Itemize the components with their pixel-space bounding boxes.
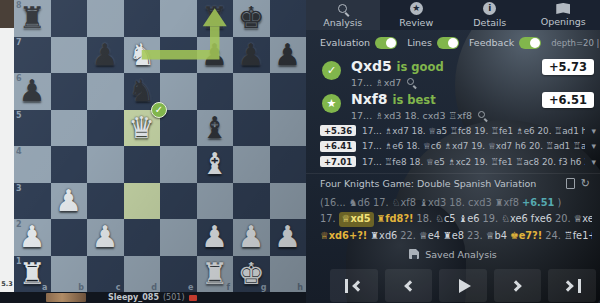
engine-lines: +5.36 17... ♗xd7 18. ♕a5 ♖fc8 19. ♖fe1 ♗… [306, 121, 600, 170]
move-token[interactable]: ♜xd6 [370, 229, 397, 244]
square-f5[interactable]: ♝ [197, 110, 234, 147]
square-e8[interactable] [160, 0, 197, 37]
copy-icon[interactable] [566, 178, 575, 189]
variation-line: (16... ♞d6 17. ♘xf8 ♝xd3 18. cxd3 ♜xf8 +… [320, 194, 592, 211]
square-e2[interactable] [160, 219, 197, 256]
tab-analysis[interactable]: Analysis [306, 0, 380, 30]
file-label: d [151, 283, 157, 292]
rank-label: 5 [16, 111, 22, 120]
square-d1[interactable]: d [124, 256, 161, 293]
tab-bar: Analysis ★ Review i Details Openings [306, 0, 600, 30]
suggestion-good-move[interactable]: ✓ Qxd5 is good 17... ♗xd7 +5.73 [306, 55, 600, 88]
save-icon [409, 249, 419, 259]
flip-board-icon[interactable]: ↻ [581, 178, 590, 189]
square-f3[interactable] [197, 183, 234, 220]
tab-openings[interactable]: Openings [527, 0, 600, 30]
save-label: Saved Analysis [425, 249, 497, 260]
magnifier-icon [337, 3, 349, 15]
square-b4[interactable] [51, 146, 88, 183]
magnifier-icon[interactable] [478, 111, 487, 120]
square-f6[interactable] [197, 73, 234, 110]
tab-label: Review [399, 17, 433, 28]
toggle-evaluation[interactable]: Evaluation [320, 37, 397, 49]
move-token[interactable]: 22. [400, 229, 416, 244]
suggestion-best-move[interactable]: ★ Nxf8 is best 17... ♗xd3 18. cxd3 ♖xf8 … [306, 88, 600, 121]
play-button[interactable] [439, 269, 487, 302]
piece-wp-g2: ♟ [233, 219, 270, 256]
tab-label: Analysis [323, 17, 362, 28]
file-label: b [78, 283, 84, 292]
square-g6[interactable] [233, 73, 270, 110]
good-move-badge-icon: ✓ [151, 102, 167, 118]
move-token[interactable]: ♕xd6+?! [320, 229, 367, 244]
suggestion-move: Nxf8 [351, 91, 388, 107]
move-token[interactable]: (16... ♞d6 17. ♘xf8 ♝xd3 18. cxd3 ♜xf8 [320, 196, 519, 211]
engine-line[interactable]: +7.01 17... ♖fe8 18. ♕e5 ♗xc2 19. ♖fe1 ♖… [306, 154, 600, 170]
player-bar: Sleepy_085 (501) [0, 292, 306, 303]
square-e6[interactable] [160, 73, 197, 110]
board: ♜8♜♚7♟♞♟♟♟♟6♞5♛♝4♝3♟♟2♟♟♟♟♜1abcde♜f♚gh ✓ [14, 0, 306, 292]
tab-review[interactable]: ★ Review [380, 0, 454, 30]
square-g8[interactable]: ♚ [233, 0, 270, 37]
line-eval-badge: +6.41 [320, 141, 356, 152]
piece-wp-f2: ♟ [197, 219, 234, 256]
rank-label: 6 [16, 74, 22, 83]
engine-info: depth=20 | Stockfish 15.1 [551, 38, 600, 48]
player-name: Sleepy_085 [108, 293, 159, 302]
file-label: e [188, 283, 193, 292]
square-g4[interactable] [233, 146, 270, 183]
move-token[interactable]: ♕xd5 [339, 212, 374, 227]
move-navigation [306, 263, 600, 302]
magnifier-icon[interactable] [407, 78, 416, 87]
square-b1[interactable]: b [51, 256, 88, 293]
square-g7[interactable]: ♟ [233, 37, 270, 74]
move-token[interactable]: ♜fd8?! [377, 212, 414, 227]
piece-bp-h7: ♟ [270, 37, 307, 74]
square-d2[interactable] [124, 219, 161, 256]
square-h6[interactable] [270, 73, 307, 110]
info-icon: i [483, 2, 496, 15]
engine-line[interactable]: +6.41 17... ♗e6 18. ♕c6 ♗xd7 19. ♕xd7 h6… [306, 139, 600, 155]
square-h2[interactable]: ♟ [270, 219, 307, 256]
square-g5[interactable] [233, 110, 270, 147]
suggestion-title: Qxd5 is good [351, 59, 444, 75]
analysis-app: 5.3 ♜8♜♚7♟♞♟♟♟♟6♞5♛♝4♝3♟♟2♟♟♟♟♜1abcde♜f♚… [0, 0, 600, 303]
move-token[interactable]: ♕e4 [419, 229, 440, 244]
check-icon: ✓ [322, 61, 341, 80]
move-token[interactable]: +6.51 [522, 196, 554, 211]
move-token[interactable]: ♜e8 [443, 229, 464, 244]
piece-bb-f5: ♝ [197, 110, 234, 147]
square-a6[interactable]: ♟6 [14, 73, 51, 110]
chevron-down-icon[interactable]: ▾ [591, 157, 596, 167]
move-token[interactable]: ♘xe6 [501, 212, 528, 227]
square-e4[interactable] [160, 146, 197, 183]
suggestion-line-moves[interactable]: 17... ♗xd7 [351, 77, 401, 88]
square-a1[interactable]: ♜1a [14, 256, 51, 293]
file-label: f [227, 283, 230, 292]
square-h7[interactable]: ♟ [270, 37, 307, 74]
suggestion-verdict: is best [392, 93, 435, 107]
move-token[interactable]: 23. [467, 229, 483, 244]
last-move-button[interactable] [548, 269, 596, 302]
line-eval-badge: +7.01 [320, 156, 356, 167]
square-d7[interactable]: ♞ [124, 37, 161, 74]
move-list: (16... ♞d6 17. ♘xf8 ♝xd3 18. cxd3 ♜xf8 +… [306, 192, 600, 244]
square-e7[interactable] [160, 37, 197, 74]
square-a3[interactable]: 3 [14, 183, 51, 220]
eval-badge: +6.51 [542, 92, 594, 108]
move-token[interactable]: ♝e6 [459, 212, 480, 227]
file-label: h [297, 283, 303, 292]
move-token[interactable]: 19. [483, 212, 499, 227]
first-move-button[interactable] [330, 269, 378, 302]
square-c3[interactable] [87, 183, 124, 220]
square-d3[interactable] [124, 183, 161, 220]
square-c8[interactable] [87, 0, 124, 37]
eval-bar-black-portion [0, 0, 14, 28]
flag-icon [189, 295, 197, 301]
square-d4[interactable] [124, 146, 161, 183]
engine-line[interactable]: +5.36 17... ♗xd7 18. ♕a5 ♖fc8 19. ♖fe1 ♗… [306, 123, 600, 139]
line-moves[interactable]: 17... ♖fe8 18. ♕e5 ♗xc2 19. ♖fe1 ♖ac8 20… [362, 157, 585, 167]
suggestion-line: 17... ♗xd7 [351, 77, 444, 88]
rank-label: 3 [16, 184, 22, 193]
square-c4[interactable] [87, 146, 124, 183]
square-c2[interactable]: ♟ [87, 219, 124, 256]
square-h3[interactable] [270, 183, 307, 220]
eval-badge: +5.73 [542, 59, 594, 75]
move-line: 17.♕xd5♜fd8?!18.♘c5♝e619.♘xe6fxe620.♕xe6… [320, 210, 592, 227]
next-move-button[interactable] [494, 269, 542, 302]
rank-label: 4 [16, 147, 22, 156]
square-h4[interactable] [270, 146, 307, 183]
square-f1[interactable]: ♜f [197, 256, 234, 293]
rank-label: 2 [16, 220, 22, 229]
piece-wn-d7: ♞ [124, 37, 161, 74]
move-token[interactable]: ♘c5 [435, 212, 455, 227]
square-e1[interactable]: e [160, 256, 197, 293]
opening-row: Four Knights Game: Double Spanish Variat… [306, 173, 600, 192]
eval-score: 5.3 [0, 280, 14, 288]
piece-wp-b3: ♟ [51, 183, 88, 220]
square-b2[interactable] [51, 219, 88, 256]
move-token[interactable]: 24. [545, 229, 561, 244]
suggestion-line: 17... ♗xd3 18. cxd3 ♖xf8 [351, 110, 487, 121]
move-token[interactable]: 20. [555, 212, 571, 227]
analysis-panel: Analysis ★ Review i Details Openings Eva… [306, 0, 600, 303]
square-f4[interactable]: ♝ [197, 146, 234, 183]
square-h8[interactable] [270, 0, 307, 37]
previous-move-button[interactable] [385, 269, 433, 302]
square-f2[interactable]: ♟ [197, 219, 234, 256]
piece-br-f8: ♜ [197, 0, 234, 37]
suggestion-line-moves[interactable]: 17... ♗xd3 18. cxd3 ♖xf8 [351, 110, 472, 121]
eval-bar: 5.3 [0, 0, 14, 292]
book-icon [556, 3, 570, 14]
opening-name[interactable]: Four Knights Game: Double Spanish Variat… [320, 178, 560, 189]
square-g1[interactable]: ♚g [233, 256, 270, 293]
piece-wp-h2: ♟ [270, 219, 307, 256]
suggestion-move: Qxd5 [351, 58, 392, 74]
tab-details[interactable]: i Details [453, 0, 527, 30]
square-g2[interactable]: ♟ [233, 219, 270, 256]
square-b8[interactable] [51, 0, 88, 37]
square-f8[interactable]: ♜ [197, 0, 234, 37]
square-c5[interactable] [87, 110, 124, 147]
piece-wb-f4: ♝ [197, 146, 234, 183]
piece-bp-c7: ♟ [87, 37, 124, 74]
piece-wp-c2: ♟ [87, 219, 124, 256]
move-token[interactable]: ♕xe6+ [574, 212, 592, 227]
move-token[interactable]: ) [557, 196, 561, 211]
move-token[interactable]: ♕b4 [486, 229, 507, 244]
square-a4[interactable]: 4 [14, 146, 51, 183]
move-line: ♕xd6+?!♜xd622.♕e4♜e823.♕b4♚e7?!24.♖fe1+♚… [320, 227, 592, 244]
suggestion-verdict: is good [397, 60, 444, 74]
square-a7[interactable]: 7 [14, 37, 51, 74]
suggestion-title: Nxf8 is best [351, 92, 487, 108]
toggle-feedback[interactable]: Feedback [469, 37, 541, 49]
file-label: a [42, 283, 47, 292]
save-analysis-button[interactable]: Saved Analysis [306, 245, 600, 263]
piece-bp-f7: ♟ [197, 37, 234, 74]
file-label: c [116, 283, 121, 292]
toggle-row: Evaluation Lines Feedback depth=20 | Sto… [306, 30, 600, 55]
rank-label: 7 [16, 38, 22, 47]
square-e3[interactable] [160, 183, 197, 220]
rank-label: 8 [16, 1, 22, 10]
tab-label: Openings [541, 16, 586, 27]
square-c1[interactable]: c [87, 256, 124, 293]
line-eval-badge: +5.36 [320, 125, 356, 136]
square-a8[interactable]: ♜8 [14, 0, 51, 37]
toggle-lines[interactable]: Lines [407, 37, 459, 49]
board-grid: ♜8♜♚7♟♞♟♟♟♟6♞5♛♝4♝3♟♟2♟♟♟♟♜1abcde♜f♚gh [14, 0, 306, 292]
square-b7[interactable] [51, 37, 88, 74]
avatar [46, 293, 86, 302]
piece-bp-g7: ♟ [233, 37, 270, 74]
square-e5[interactable] [160, 110, 197, 147]
square-b6[interactable] [51, 73, 88, 110]
square-d8[interactable] [124, 0, 161, 37]
square-h5[interactable] [270, 110, 307, 147]
move-token[interactable]: 17. [320, 212, 336, 227]
toggle-switch[interactable] [519, 37, 541, 49]
line-moves[interactable]: 17... ♗e6 18. ♕c6 ♗xd7 19. ♕xd7 h6 20. ♖… [362, 141, 585, 151]
chevron-down-icon[interactable]: ▾ [591, 126, 596, 136]
square-c6[interactable] [87, 73, 124, 110]
move-token[interactable]: fxe6 [531, 212, 552, 227]
star-icon: ★ [410, 2, 423, 15]
move-token[interactable]: 18. [417, 212, 433, 227]
tab-label: Details [473, 17, 506, 28]
square-g3[interactable] [233, 183, 270, 220]
file-label: g [261, 283, 267, 292]
square-h1[interactable]: h [270, 256, 307, 293]
rank-label: 1 [16, 257, 22, 266]
board-area: 5.3 ♜8♜♚7♟♞♟♟♟♟6♞5♛♝4♝3♟♟2♟♟♟♟♜1abcde♜f♚… [0, 0, 306, 303]
square-a5[interactable]: 5 [14, 110, 51, 147]
square-b5[interactable] [51, 110, 88, 147]
square-c7[interactable]: ♟ [87, 37, 124, 74]
square-a2[interactable]: ♟2 [14, 219, 51, 256]
line-moves[interactable]: 17... ♗xd7 18. ♕a5 ♖fc8 19. ♖fe1 ♗e6 20.… [362, 126, 585, 136]
player-rating: (501) [163, 293, 185, 302]
chevron-down-icon[interactable]: ▾ [591, 141, 596, 151]
move-token[interactable]: ♖fe1+ [564, 229, 592, 244]
toggle-switch[interactable] [437, 37, 459, 49]
square-f7[interactable]: ♟ [197, 37, 234, 74]
square-b3[interactable]: ♟ [51, 183, 88, 220]
move-token[interactable]: ♚e7?! [510, 229, 542, 244]
toggle-switch[interactable] [375, 37, 397, 49]
piece-bk-g8: ♚ [233, 0, 270, 37]
best-move-star-icon: ★ [322, 94, 341, 113]
